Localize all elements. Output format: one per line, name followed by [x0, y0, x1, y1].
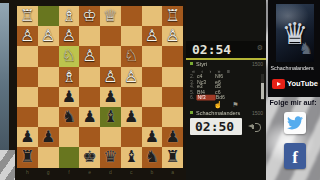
- square-c2[interactable]: [121, 26, 142, 46]
- player-name: Schachmalanders: [196, 109, 240, 116]
- square-b4[interactable]: [142, 67, 163, 87]
- square-g2[interactable]: ♙: [38, 26, 59, 46]
- white-rook: ♖: [20, 6, 34, 26]
- square-e4[interactable]: [79, 67, 100, 87]
- white-knight: ♘: [124, 46, 138, 66]
- clock-panel: 02:54 ⚙ Styri 1500 «‹›»≡ 2.c4Nf63.Nc3e64…: [186, 0, 266, 180]
- online-dot: [190, 111, 193, 114]
- black-pawn: ♟: [20, 127, 34, 147]
- black-knight: ♞: [62, 107, 76, 127]
- square-c1[interactable]: [121, 6, 142, 26]
- white-king: ♔: [82, 6, 96, 26]
- window-edge: [0, 3, 9, 152]
- youtube-play-icon: [272, 79, 285, 89]
- square-d7[interactable]: [100, 127, 121, 147]
- twitter-icon[interactable]: [284, 112, 306, 134]
- scrollbar-thumb[interactable]: [261, 83, 264, 99]
- square-d4[interactable]: ♙: [100, 67, 121, 87]
- stream-frame: ♖♗♔♕♖♙♙♙♙♙♘♙♘♗♙♙♟♟♞♟♝♟♟♟♟♟♜♚♛♝♞♜ hgfedcb…: [0, 0, 320, 180]
- square-e3[interactable]: ♙: [79, 46, 100, 66]
- black-rook: ♜: [20, 147, 34, 167]
- square-f1[interactable]: ♗: [59, 6, 80, 26]
- white-pawn: ♙: [62, 26, 76, 46]
- square-b3[interactable]: [142, 46, 163, 66]
- square-e1[interactable]: ♔: [79, 6, 100, 26]
- square-a1[interactable]: ♖: [162, 6, 183, 26]
- square-h5[interactable]: [17, 87, 38, 107]
- square-c8[interactable]: ♝: [121, 147, 142, 167]
- square-a4[interactable]: [162, 67, 183, 87]
- black-pawn: ♟: [41, 127, 55, 147]
- square-h4[interactable]: [17, 67, 38, 87]
- white-pawn: ♙: [165, 26, 179, 46]
- square-b6[interactable]: [142, 107, 163, 127]
- square-e6[interactable]: ♟: [79, 107, 100, 127]
- black-pawn: ♟: [165, 127, 179, 147]
- square-a3[interactable]: [162, 46, 183, 66]
- square-b1[interactable]: [142, 6, 163, 26]
- square-c5[interactable]: [121, 87, 142, 107]
- game-window: ♖♗♔♕♖♙♙♙♙♙♘♙♘♗♙♙♟♟♞♟♝♟♟♟♟♟♜♚♛♝♞♜ hgfedcb…: [0, 0, 266, 180]
- square-c4[interactable]: ♙: [121, 67, 142, 87]
- chess-board[interactable]: ♖♗♔♕♖♙♙♙♙♙♘♙♘♗♙♙♟♟♞♟♝♟♟♟♟♟♜♚♛♝♞♜: [17, 6, 183, 168]
- white-pawn: ♙: [82, 46, 96, 66]
- black-pawn: ♟: [145, 127, 159, 147]
- gear-icon[interactable]: ⚙: [257, 44, 263, 51]
- white-bishop: ♗: [62, 67, 76, 87]
- nav-icon-2[interactable]: ›: [209, 68, 211, 73]
- square-h7[interactable]: ♟: [17, 127, 38, 147]
- square-g4[interactable]: [38, 67, 59, 87]
- square-a5[interactable]: [162, 87, 183, 107]
- opponent-clock: 02:54: [186, 41, 266, 58]
- square-e8[interactable]: ♚: [79, 147, 100, 167]
- file-label-f: f: [59, 168, 80, 176]
- square-h1[interactable]: ♖: [17, 6, 38, 26]
- white-pawn: ♙: [145, 26, 159, 46]
- square-a2[interactable]: ♙: [162, 26, 183, 46]
- square-h8[interactable]: ♜: [17, 147, 38, 167]
- avatar-knight-glyph: ♞: [299, 39, 313, 58]
- square-c7[interactable]: [121, 127, 142, 147]
- move-list-scrollbar[interactable]: [261, 74, 264, 100]
- white-rook: ♖: [165, 6, 179, 26]
- file-label-c: c: [121, 168, 142, 176]
- black-king: ♚: [82, 147, 96, 167]
- square-f5[interactable]: ♟: [59, 87, 80, 107]
- opponent-row: Styri 1500: [186, 60, 266, 68]
- square-d1[interactable]: ♕: [100, 6, 121, 26]
- square-f2[interactable]: ♙: [59, 26, 80, 46]
- facebook-icon[interactable]: f: [284, 143, 306, 169]
- black-bishop: ♝: [103, 107, 117, 127]
- square-f4[interactable]: ♗: [59, 67, 80, 87]
- white-bishop: ♗: [62, 6, 76, 26]
- white-pawn: ♙: [20, 26, 34, 46]
- player-clock: 02:50: [190, 118, 242, 135]
- file-label-h: h: [17, 168, 38, 176]
- square-b2[interactable]: ♙: [142, 26, 163, 46]
- black-pawn: ♟: [124, 107, 138, 127]
- nav-icon-4[interactable]: ≡: [227, 68, 230, 73]
- square-e2[interactable]: [79, 26, 100, 46]
- move-list[interactable]: 2.c4Nf63.Nc3e64.e3d55.Bf4c66.Nf3Bd6: [190, 74, 233, 96]
- square-g8[interactable]: [38, 147, 59, 167]
- square-c3[interactable]: ♘: [121, 46, 142, 66]
- streamer-sidebar: ♛ ♞ Schachmalanders YouTube Folge mir au…: [266, 0, 320, 180]
- square-b8[interactable]: ♞: [142, 147, 163, 167]
- player-rating: 1500: [252, 110, 263, 117]
- file-label-b: b: [142, 168, 163, 176]
- black-bishop: ♝: [124, 147, 138, 167]
- square-d5[interactable]: ♟: [100, 87, 121, 107]
- square-e5[interactable]: [79, 87, 100, 107]
- online-dot: [190, 62, 193, 65]
- square-a7[interactable]: ♟: [162, 127, 183, 147]
- square-g1[interactable]: [38, 6, 59, 26]
- draw-offer-icon[interactable]: ☝: [213, 101, 232, 108]
- white-pawn: ♙: [103, 67, 117, 87]
- opponent-rating: 1500: [252, 61, 263, 68]
- black-pawn: ♟: [62, 87, 76, 107]
- square-h3[interactable]: [17, 46, 38, 66]
- black-queen: ♛: [103, 147, 117, 167]
- square-d2[interactable]: [100, 26, 121, 46]
- square-h6[interactable]: [17, 107, 38, 127]
- youtube-badge[interactable]: YouTube: [272, 78, 318, 92]
- square-h2[interactable]: ♙: [17, 26, 38, 46]
- resign-flag-icon[interactable]: ⚑: [232, 101, 248, 108]
- black-pawn: ♟: [82, 107, 96, 127]
- game-action-row: ☝⚑: [186, 100, 266, 109]
- square-e7[interactable]: [79, 127, 100, 147]
- black-pawn: ♟: [103, 87, 117, 107]
- channel-avatar: ♛ ♞: [276, 4, 314, 62]
- square-g7[interactable]: ♟: [38, 127, 59, 147]
- square-b7[interactable]: ♟: [142, 127, 163, 147]
- square-f6[interactable]: ♞: [59, 107, 80, 127]
- square-a8[interactable]: ♜: [162, 147, 183, 167]
- youtube-label: YouTube: [287, 78, 318, 90]
- twitter-bird: [287, 116, 303, 130]
- white-queen: ♕: [103, 6, 117, 26]
- square-d8[interactable]: ♛: [100, 147, 121, 167]
- square-f8[interactable]: [59, 147, 80, 167]
- square-a6[interactable]: [162, 107, 183, 127]
- sound-icon[interactable]: [248, 122, 260, 131]
- square-d3[interactable]: [100, 46, 121, 66]
- black-knight: ♞: [145, 147, 159, 167]
- file-label-a: a: [162, 168, 183, 176]
- opponent-name: Styri: [196, 60, 207, 67]
- follow-me-text: Folge mir auf:: [267, 98, 318, 107]
- square-d6[interactable]: ♝: [100, 107, 121, 127]
- player-row: Schachmalanders 1500: [186, 109, 266, 117]
- square-c6[interactable]: ♟: [121, 107, 142, 127]
- file-label-e: e: [79, 168, 100, 176]
- white-pawn: ♙: [41, 26, 55, 46]
- file-label-g: g: [38, 168, 59, 176]
- square-g6[interactable]: [38, 107, 59, 127]
- channel-name: Schachmalanders: [269, 65, 316, 70]
- square-f7[interactable]: [59, 127, 80, 147]
- square-g3[interactable]: [38, 46, 59, 66]
- white-knight: ♘: [62, 46, 76, 66]
- square-g5[interactable]: [38, 87, 59, 107]
- square-f3[interactable]: ♘: [59, 46, 80, 66]
- background-corner: [0, 150, 15, 180]
- white-pawn: ♙: [124, 67, 138, 87]
- file-labels: hgfedcba: [17, 168, 183, 176]
- file-label-d: d: [100, 168, 121, 176]
- black-rook: ♜: [165, 147, 179, 167]
- square-b5[interactable]: [142, 87, 163, 107]
